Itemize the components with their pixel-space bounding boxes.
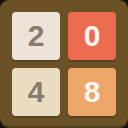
game-board-2048[interactable]: 2 0 4 8 xyxy=(0,0,128,128)
tile-8: 8 xyxy=(68,68,116,116)
tile-2: 2 xyxy=(12,12,60,60)
tile-0: 0 xyxy=(68,12,116,60)
tile-4: 4 xyxy=(12,68,60,116)
